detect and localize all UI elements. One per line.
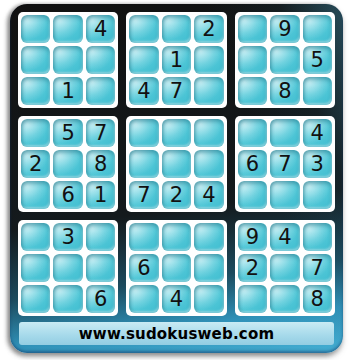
cell-r4c4[interactable] <box>129 119 158 147</box>
cell-r2c3[interactable] <box>86 46 115 74</box>
cell-r4c8[interactable] <box>270 119 299 147</box>
cell-r6c5[interactable]: 2 <box>162 181 191 209</box>
cell-r9c7[interactable] <box>238 285 267 313</box>
box-8: 64 <box>126 220 226 316</box>
cell-r4c3[interactable]: 7 <box>86 119 115 147</box>
box-9: 94278 <box>235 220 335 316</box>
cell-r8c4[interactable]: 6 <box>129 254 158 282</box>
cell-r5c5[interactable] <box>162 150 191 178</box>
cell-r1c6[interactable]: 2 <box>194 15 223 43</box>
cell-r7c7[interactable]: 9 <box>238 223 267 251</box>
cell-r1c9[interactable] <box>303 15 332 43</box>
cell-r7c5[interactable] <box>162 223 191 251</box>
box-1: 41 <box>18 12 118 108</box>
cell-r6c7[interactable] <box>238 181 267 209</box>
cell-r6c1[interactable] <box>21 181 50 209</box>
cell-r5c4[interactable] <box>129 150 158 178</box>
cell-r8c5[interactable] <box>162 254 191 282</box>
cell-r1c5[interactable] <box>162 15 191 43</box>
cell-r8c9[interactable]: 7 <box>303 254 332 282</box>
cell-r4c1[interactable] <box>21 119 50 147</box>
cell-r6c4[interactable]: 7 <box>129 181 158 209</box>
cell-r4c6[interactable] <box>194 119 223 147</box>
cell-r1c8[interactable]: 9 <box>270 15 299 43</box>
cell-r8c8[interactable] <box>270 254 299 282</box>
cell-r5c9[interactable]: 3 <box>303 150 332 178</box>
cell-r2c5[interactable]: 1 <box>162 46 191 74</box>
box-5: 724 <box>126 116 226 212</box>
cell-r9c5[interactable]: 4 <box>162 285 191 313</box>
cell-r3c8[interactable]: 8 <box>270 77 299 105</box>
cell-r2c7[interactable] <box>238 46 267 74</box>
cell-r5c7[interactable]: 6 <box>238 150 267 178</box>
cell-r7c3[interactable] <box>86 223 115 251</box>
box-6: 4673 <box>235 116 335 212</box>
footer: www.sudokusweb.com <box>10 320 343 353</box>
cell-r3c1[interactable] <box>21 77 50 105</box>
cell-r8c2[interactable] <box>53 254 82 282</box>
cell-r7c2[interactable]: 3 <box>53 223 82 251</box>
cell-r9c6[interactable] <box>194 285 223 313</box>
cell-r3c6[interactable] <box>194 77 223 105</box>
cell-r5c6[interactable] <box>194 150 223 178</box>
cell-r2c2[interactable] <box>53 46 82 74</box>
cell-r1c1[interactable] <box>21 15 50 43</box>
cell-r6c9[interactable] <box>303 181 332 209</box>
cell-r9c3[interactable]: 6 <box>86 285 115 313</box>
cell-r3c3[interactable] <box>86 77 115 105</box>
cell-r5c8[interactable]: 7 <box>270 150 299 178</box>
cell-r4c9[interactable]: 4 <box>303 119 332 147</box>
box-3: 958 <box>235 12 335 108</box>
cell-r8c6[interactable] <box>194 254 223 282</box>
cell-r9c1[interactable] <box>21 285 50 313</box>
cell-r1c3[interactable]: 4 <box>86 15 115 43</box>
cell-r7c9[interactable] <box>303 223 332 251</box>
website-label: www.sudokusweb.com <box>79 325 274 343</box>
cell-r6c6[interactable]: 4 <box>194 181 223 209</box>
cell-r1c2[interactable] <box>53 15 82 43</box>
cell-r3c5[interactable]: 7 <box>162 77 191 105</box>
cell-r3c4[interactable]: 4 <box>129 77 158 105</box>
cell-r8c3[interactable] <box>86 254 115 282</box>
cell-r9c8[interactable] <box>270 285 299 313</box>
cell-r4c5[interactable] <box>162 119 191 147</box>
cell-r8c7[interactable]: 2 <box>238 254 267 282</box>
cell-r4c7[interactable] <box>238 119 267 147</box>
cell-r6c8[interactable] <box>270 181 299 209</box>
cell-r8c1[interactable] <box>21 254 50 282</box>
sudoku-board: 4121479585728617244673366494278 www.sudo… <box>10 4 343 353</box>
box-2: 2147 <box>126 12 226 108</box>
cell-r3c2[interactable]: 1 <box>53 77 82 105</box>
box-7: 36 <box>18 220 118 316</box>
cell-r9c4[interactable] <box>129 285 158 313</box>
cell-r2c8[interactable] <box>270 46 299 74</box>
cell-r6c3[interactable]: 1 <box>86 181 115 209</box>
cell-r7c4[interactable] <box>129 223 158 251</box>
cell-r5c2[interactable] <box>53 150 82 178</box>
cell-r4c2[interactable]: 5 <box>53 119 82 147</box>
cell-r3c7[interactable] <box>238 77 267 105</box>
cell-r5c1[interactable]: 2 <box>21 150 50 178</box>
cell-r3c9[interactable] <box>303 77 332 105</box>
cell-r2c4[interactable] <box>129 46 158 74</box>
cell-r7c8[interactable]: 4 <box>270 223 299 251</box>
footer-bar: www.sudokusweb.com <box>19 322 334 345</box>
cell-r2c1[interactable] <box>21 46 50 74</box>
cell-r2c6[interactable] <box>194 46 223 74</box>
cell-r6c2[interactable]: 6 <box>53 181 82 209</box>
cell-r2c9[interactable]: 5 <box>303 46 332 74</box>
cell-r1c7[interactable] <box>238 15 267 43</box>
cell-r7c6[interactable] <box>194 223 223 251</box>
cell-r9c9[interactable]: 8 <box>303 285 332 313</box>
cell-r5c3[interactable]: 8 <box>86 150 115 178</box>
cell-r9c2[interactable] <box>53 285 82 313</box>
box-4: 572861 <box>18 116 118 212</box>
sudoku-grid: 4121479585728617244673366494278 <box>10 4 343 320</box>
cell-r1c4[interactable] <box>129 15 158 43</box>
cell-r7c1[interactable] <box>21 223 50 251</box>
